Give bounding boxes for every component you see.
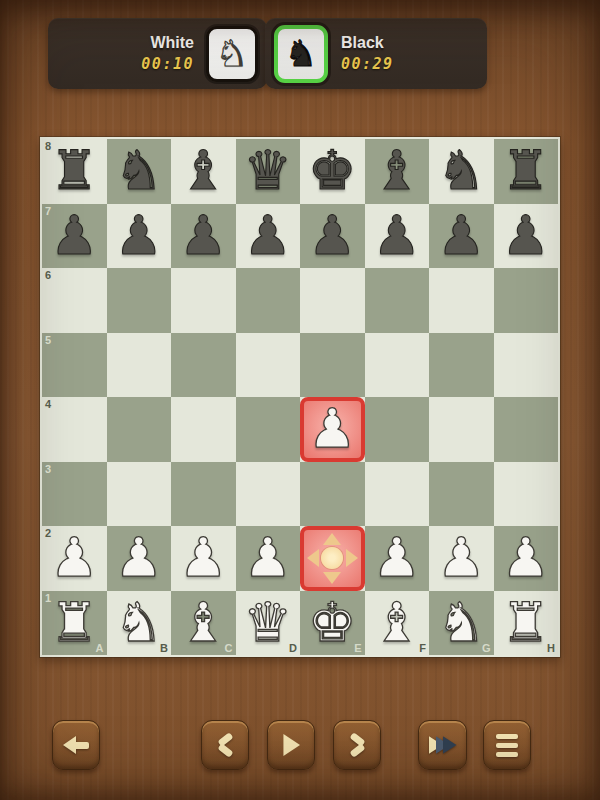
square-b4[interactable] [107, 397, 172, 462]
file-label: D [289, 642, 297, 654]
rank-label: 1 [45, 592, 51, 604]
square-a2[interactable]: 2♟ [42, 526, 107, 591]
black-pawn-d7: ♟ [236, 204, 301, 269]
square-g2[interactable]: ♟ [429, 526, 494, 591]
square-d3[interactable] [236, 462, 301, 527]
square-a7[interactable]: 7♟ [42, 204, 107, 269]
black-pawn-g7: ♟ [429, 204, 494, 269]
menu-button[interactable] [483, 720, 531, 770]
black-king-e8: ♚ [300, 139, 365, 204]
square-b2[interactable]: ♟ [107, 526, 172, 591]
back-button[interactable] [52, 720, 100, 770]
rank-label: 2 [45, 527, 51, 539]
square-h7[interactable]: ♟ [494, 204, 559, 269]
square-h5[interactable] [494, 333, 559, 398]
black-pawn-f7: ♟ [365, 204, 430, 269]
square-f7[interactable]: ♟ [365, 204, 430, 269]
chevron-right-icon [349, 734, 365, 756]
file-label: A [96, 642, 104, 654]
arrow-left-icon [63, 736, 89, 754]
file-label: G [482, 642, 491, 654]
square-h3[interactable] [494, 462, 559, 527]
square-f4[interactable] [365, 397, 430, 462]
black-pawn-b7: ♟ [107, 204, 172, 269]
black-pawn-c7: ♟ [171, 204, 236, 269]
square-f1[interactable]: F♝ [365, 591, 430, 656]
square-e5[interactable] [300, 333, 365, 398]
square-c8[interactable]: ♝ [171, 139, 236, 204]
white-pawn-h2: ♟ [494, 526, 559, 591]
square-h4[interactable] [494, 397, 559, 462]
fast-forward-button[interactable] [418, 720, 467, 770]
square-h8[interactable]: ♜ [494, 139, 559, 204]
square-g4[interactable] [429, 397, 494, 462]
square-f6[interactable] [365, 268, 430, 333]
white-pawn-c2: ♟ [171, 526, 236, 591]
square-d5[interactable] [236, 333, 301, 398]
square-f3[interactable] [365, 462, 430, 527]
white-player-name: White [150, 34, 194, 52]
square-d6[interactable] [236, 268, 301, 333]
square-g6[interactable] [429, 268, 494, 333]
hamburger-menu-icon [496, 734, 518, 757]
rank-label: 6 [45, 269, 51, 281]
chess-board[interactable]: 8♜♞♝♛♚♝♞♜7♟♟♟♟♟♟♟♟654♟32♟♟♟♟♟♟♟1A♜B♞C♝D♛… [40, 137, 560, 657]
square-a5[interactable]: 5 [42, 333, 107, 398]
play-icon [282, 734, 300, 756]
square-b8[interactable]: ♞ [107, 139, 172, 204]
square-d4[interactable] [236, 397, 301, 462]
file-label: H [547, 642, 555, 654]
square-h6[interactable] [494, 268, 559, 333]
black-player-clock: 00:29 [341, 55, 394, 73]
square-h2[interactable]: ♟ [494, 526, 559, 591]
square-a3[interactable]: 3 [42, 462, 107, 527]
square-d2[interactable]: ♟ [236, 526, 301, 591]
white-pawn-d2: ♟ [236, 526, 301, 591]
file-label: E [354, 642, 361, 654]
white-player-clock: 00:10 [141, 55, 194, 73]
square-c4[interactable] [171, 397, 236, 462]
square-b6[interactable] [107, 268, 172, 333]
white-pawn-f2: ♟ [365, 526, 430, 591]
white-pawn-e4: ♟ [300, 397, 365, 462]
file-label: B [160, 642, 168, 654]
play-button[interactable] [267, 720, 315, 770]
file-label: F [419, 642, 426, 654]
rank-label: 7 [45, 205, 51, 217]
black-player-name: Black [341, 34, 384, 52]
black-rook-h8: ♜ [494, 139, 559, 204]
white-knight-icon: ♞ [206, 26, 258, 82]
square-g1[interactable]: G♞ [429, 591, 494, 656]
black-pawn-h7: ♟ [494, 204, 559, 269]
fast-forward-icon [429, 736, 457, 754]
rank-label: 8 [45, 140, 51, 152]
black-knight-b8: ♞ [107, 139, 172, 204]
black-rook-a8: ♜ [42, 139, 107, 204]
square-c5[interactable] [171, 333, 236, 398]
square-e1[interactable]: E♚ [300, 591, 365, 656]
black-player-panel: ♞ Black 00:29 [265, 18, 487, 89]
square-c1[interactable]: C♝ [171, 591, 236, 656]
white-pawn-b2: ♟ [107, 526, 172, 591]
black-knight-icon: ♞ [274, 25, 328, 83]
square-g8[interactable]: ♞ [429, 139, 494, 204]
black-knight-g8: ♞ [429, 139, 494, 204]
square-e8[interactable]: ♚ [300, 139, 365, 204]
square-g7[interactable]: ♟ [429, 204, 494, 269]
square-f5[interactable] [365, 333, 430, 398]
file-label: C [225, 642, 233, 654]
square-h1[interactable]: H♜ [494, 591, 559, 656]
square-b7[interactable]: ♟ [107, 204, 172, 269]
rank-label: 3 [45, 463, 51, 475]
black-pawn-e7: ♟ [300, 204, 365, 269]
square-d8[interactable]: ♛ [236, 139, 301, 204]
square-g3[interactable] [429, 462, 494, 527]
square-e4[interactable]: ♟ [300, 397, 365, 462]
square-b3[interactable] [107, 462, 172, 527]
square-c2[interactable]: ♟ [171, 526, 236, 591]
black-pawn-a7: ♟ [42, 204, 107, 269]
square-e6[interactable] [300, 268, 365, 333]
move-origin-indicator-icon [300, 526, 365, 591]
previous-move-button[interactable] [201, 720, 249, 770]
square-f8[interactable]: ♝ [365, 139, 430, 204]
square-d7[interactable]: ♟ [236, 204, 301, 269]
rank-label: 5 [45, 334, 51, 346]
white-pawn-a2: ♟ [42, 526, 107, 591]
square-e7[interactable]: ♟ [300, 204, 365, 269]
chess-app-screen: White 00:10 ♞ ♞ Black 00:29 8♜♞♝♛♚♝♞♜7♟♟… [0, 0, 600, 800]
square-a4[interactable]: 4 [42, 397, 107, 462]
square-f2[interactable]: ♟ [365, 526, 430, 591]
square-g5[interactable] [429, 333, 494, 398]
white-player-panel: White 00:10 ♞ [48, 18, 267, 89]
square-b1[interactable]: B♞ [107, 591, 172, 656]
white-pawn-g2: ♟ [429, 526, 494, 591]
square-c7[interactable]: ♟ [171, 204, 236, 269]
black-bishop-f8: ♝ [365, 139, 430, 204]
square-a1[interactable]: 1A♜ [42, 591, 107, 656]
chevron-left-icon [217, 734, 233, 756]
square-a6[interactable]: 6 [42, 268, 107, 333]
square-e3[interactable] [300, 462, 365, 527]
black-queen-d8: ♛ [236, 139, 301, 204]
square-b5[interactable] [107, 333, 172, 398]
square-e2[interactable] [300, 526, 365, 591]
square-c6[interactable] [171, 268, 236, 333]
square-d1[interactable]: D♛ [236, 591, 301, 656]
next-move-button[interactable] [333, 720, 381, 770]
toolbar [0, 714, 600, 774]
square-c3[interactable] [171, 462, 236, 527]
square-a8[interactable]: 8♜ [42, 139, 107, 204]
rank-label: 4 [45, 398, 51, 410]
black-bishop-c8: ♝ [171, 139, 236, 204]
